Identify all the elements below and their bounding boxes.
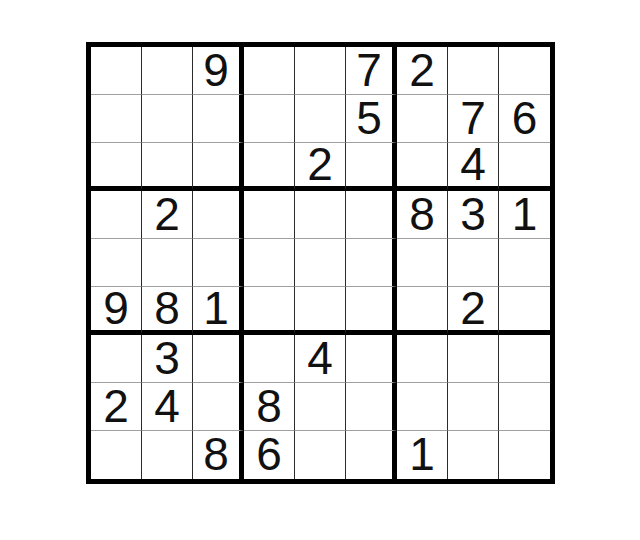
cell-r4c3-empty[interactable] <box>193 191 244 239</box>
cell-r5c4-empty[interactable] <box>244 239 295 287</box>
cell-r2c6-given-5[interactable]: 5 <box>346 95 397 143</box>
cell-r7c7-empty[interactable] <box>397 335 448 383</box>
cell-r5c3-empty[interactable] <box>193 239 244 287</box>
cell-r1c1-empty[interactable] <box>91 47 142 95</box>
cell-r8c8-empty[interactable] <box>448 383 499 431</box>
cell-r1c8-empty[interactable] <box>448 47 499 95</box>
cell-r2c4-empty[interactable] <box>244 95 295 143</box>
cell-r1c5-empty[interactable] <box>295 47 346 95</box>
cell-r6c5-empty[interactable] <box>295 287 346 335</box>
sudoku-board: 972576242831981234248861 <box>86 42 555 484</box>
cell-r1c3-given-9[interactable]: 9 <box>193 47 244 95</box>
cell-r7c1-empty[interactable] <box>91 335 142 383</box>
cell-r2c2-empty[interactable] <box>142 95 193 143</box>
cell-r4c4-empty[interactable] <box>244 191 295 239</box>
cell-r4c2-given-2[interactable]: 2 <box>142 191 193 239</box>
cell-r1c6-given-7[interactable]: 7 <box>346 47 397 95</box>
cell-r5c5-empty[interactable] <box>295 239 346 287</box>
cell-r3c3-empty[interactable] <box>193 143 244 191</box>
cell-r8c1-given-2[interactable]: 2 <box>91 383 142 431</box>
cell-r9c6-empty[interactable] <box>346 431 397 479</box>
cell-r9c9-empty[interactable] <box>499 431 550 479</box>
cell-r9c3-given-8[interactable]: 8 <box>193 431 244 479</box>
cell-r4c1-empty[interactable] <box>91 191 142 239</box>
cell-r1c9-empty[interactable] <box>499 47 550 95</box>
cell-r3c1-empty[interactable] <box>91 143 142 191</box>
cell-r3c6-empty[interactable] <box>346 143 397 191</box>
cell-r2c3-empty[interactable] <box>193 95 244 143</box>
cell-r1c4-empty[interactable] <box>244 47 295 95</box>
cell-r9c1-empty[interactable] <box>91 431 142 479</box>
cell-r6c7-empty[interactable] <box>397 287 448 335</box>
cell-r5c9-empty[interactable] <box>499 239 550 287</box>
cell-r9c5-empty[interactable] <box>295 431 346 479</box>
cell-r4c8-given-3[interactable]: 3 <box>448 191 499 239</box>
cell-r8c3-empty[interactable] <box>193 383 244 431</box>
cell-r4c9-given-1[interactable]: 1 <box>499 191 550 239</box>
cell-r8c5-empty[interactable] <box>295 383 346 431</box>
cell-r8c2-given-4[interactable]: 4 <box>142 383 193 431</box>
cell-r1c7-given-2[interactable]: 2 <box>397 47 448 95</box>
cell-r6c3-given-1[interactable]: 1 <box>193 287 244 335</box>
cell-r6c9-empty[interactable] <box>499 287 550 335</box>
cell-r3c5-given-2[interactable]: 2 <box>295 143 346 191</box>
cell-r2c7-empty[interactable] <box>397 95 448 143</box>
cell-r2c5-empty[interactable] <box>295 95 346 143</box>
cell-r5c2-empty[interactable] <box>142 239 193 287</box>
cell-r6c8-given-2[interactable]: 2 <box>448 287 499 335</box>
cell-r4c6-empty[interactable] <box>346 191 397 239</box>
cell-r8c6-empty[interactable] <box>346 383 397 431</box>
cell-r8c9-empty[interactable] <box>499 383 550 431</box>
cell-r6c1-given-9[interactable]: 9 <box>91 287 142 335</box>
cell-r9c2-empty[interactable] <box>142 431 193 479</box>
cell-r4c7-given-8[interactable]: 8 <box>397 191 448 239</box>
cell-r9c7-given-1[interactable]: 1 <box>397 431 448 479</box>
cell-r9c4-given-6[interactable]: 6 <box>244 431 295 479</box>
cell-r3c8-given-4[interactable]: 4 <box>448 143 499 191</box>
cell-r6c6-empty[interactable] <box>346 287 397 335</box>
cell-r7c2-given-3[interactable]: 3 <box>142 335 193 383</box>
cell-r3c9-empty[interactable] <box>499 143 550 191</box>
cell-r7c5-given-4[interactable]: 4 <box>295 335 346 383</box>
cell-r6c2-given-8[interactable]: 8 <box>142 287 193 335</box>
cell-r5c8-empty[interactable] <box>448 239 499 287</box>
cell-r9c8-empty[interactable] <box>448 431 499 479</box>
cell-r4c5-empty[interactable] <box>295 191 346 239</box>
cell-r2c9-given-6[interactable]: 6 <box>499 95 550 143</box>
cell-r5c6-empty[interactable] <box>346 239 397 287</box>
cell-r8c4-given-8[interactable]: 8 <box>244 383 295 431</box>
cell-r7c4-empty[interactable] <box>244 335 295 383</box>
cell-r7c6-empty[interactable] <box>346 335 397 383</box>
cell-r7c8-empty[interactable] <box>448 335 499 383</box>
cell-r8c7-empty[interactable] <box>397 383 448 431</box>
sudoku-grid: 972576242831981234248861 <box>91 47 550 479</box>
cell-r2c1-empty[interactable] <box>91 95 142 143</box>
cell-r7c3-empty[interactable] <box>193 335 244 383</box>
cell-r5c7-empty[interactable] <box>397 239 448 287</box>
cell-r3c2-empty[interactable] <box>142 143 193 191</box>
cell-r3c4-empty[interactable] <box>244 143 295 191</box>
cell-r5c1-empty[interactable] <box>91 239 142 287</box>
cell-r3c7-empty[interactable] <box>397 143 448 191</box>
cell-r2c8-given-7[interactable]: 7 <box>448 95 499 143</box>
cell-r1c2-empty[interactable] <box>142 47 193 95</box>
cell-r7c9-empty[interactable] <box>499 335 550 383</box>
cell-r6c4-empty[interactable] <box>244 287 295 335</box>
